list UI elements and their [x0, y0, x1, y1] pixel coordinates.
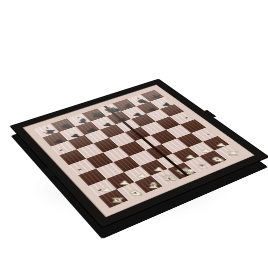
square-a4[interactable] [69, 159, 96, 175]
scene: ♜♞♝♛♚♝♞♜♟♟♟♟♟♟♟♟♟♟♟♟♟♟♟♟♜♞♝♛♚♝♞♜ [0, 0, 268, 268]
white-pawn-a2[interactable]: ♟ [100, 187, 114, 192]
square-g2[interactable]: ♟ [188, 141, 215, 156]
white-pawn-f2[interactable]: ♟ [184, 154, 198, 159]
square-b3[interactable] [96, 162, 124, 179]
white-knight-g1[interactable]: ♞ [209, 156, 228, 162]
white-bishop-c1[interactable]: ♝ [143, 181, 163, 189]
black-pawn-c7[interactable]: ♟ [85, 128, 98, 132]
black-pawn-f7[interactable]: ♟ [132, 112, 144, 116]
square-e1[interactable]: ♚ [168, 163, 196, 180]
white-pawn-h2[interactable]: ♟ [214, 143, 228, 147]
square-c3[interactable] [113, 156, 140, 172]
square-f1[interactable]: ♝ [184, 156, 212, 172]
black-knight-b8[interactable]: ♞ [58, 123, 75, 129]
square-c4[interactable] [103, 147, 130, 162]
black-bishop-c8[interactable]: ♝ [74, 118, 92, 124]
square-e2[interactable]: ♟ [156, 153, 183, 169]
square-d4[interactable] [119, 141, 145, 156]
border-coordinates-bottom [116, 154, 230, 201]
black-pawn-a7[interactable]: ♟ [52, 139, 65, 143]
square-b2[interactable]: ♟ [106, 172, 134, 189]
square-f2[interactable]: ♟ [172, 147, 199, 162]
square-a1[interactable]: ♜ [99, 189, 128, 208]
black-rook-h8[interactable]: ♜ [150, 95, 163, 99]
white-rook-h1[interactable]: ♜ [225, 151, 241, 156]
white-pawn-b2[interactable]: ♟ [118, 180, 132, 185]
white-pawn-d2[interactable]: ♟ [152, 167, 166, 172]
white-king-e1[interactable]: ♚ [174, 166, 199, 175]
black-knight-g8[interactable]: ♞ [135, 99, 151, 104]
square-b4[interactable] [86, 153, 113, 169]
square-a3[interactable] [78, 169, 106, 186]
square-d1[interactable]: ♛ [151, 169, 179, 186]
black-pawn-d7[interactable]: ♟ [101, 122, 113, 126]
square-g1[interactable]: ♞ [199, 150, 227, 166]
board-surface: ♜♞♝♛♚♝♞♜♟♟♟♟♟♟♟♟♟♟♟♟♟♟♟♟♜♞♝♛♚♝♞♜ [22, 85, 255, 218]
white-bishop-f1[interactable]: ♝ [193, 162, 213, 169]
white-knight-b1[interactable]: ♞ [127, 189, 146, 196]
square-e3[interactable] [145, 144, 172, 159]
chess-board: ♜♞♝♛♚♝♞♜♟♟♟♟♟♟♟♟♟♟♟♟♟♟♟♟♜♞♝♛♚♝♞♜ [9, 79, 268, 229]
square-c1[interactable]: ♝ [134, 176, 163, 194]
product-photo: ♜♞♝♛♚♝♞♜♟♟♟♟♟♟♟♟♟♟♟♟♟♟♟♟♜♞♝♛♚♝♞♜ [0, 0, 268, 268]
white-pawn-g2[interactable]: ♟ [199, 148, 213, 153]
white-pawn-c2[interactable]: ♟ [135, 173, 149, 178]
square-b1[interactable]: ♞ [117, 182, 146, 200]
black-pawn-e7[interactable]: ♟ [117, 117, 129, 121]
square-a6[interactable] [51, 141, 77, 156]
black-rook-a8[interactable]: ♜ [43, 129, 58, 134]
black-pawn-g7[interactable]: ♟ [146, 107, 158, 111]
white-rook-a1[interactable]: ♜ [110, 197, 127, 203]
white-queen-d1[interactable]: ♛ [159, 174, 182, 182]
clasp-right [204, 110, 217, 118]
square-c2[interactable]: ♟ [123, 166, 151, 183]
square-a5[interactable] [59, 150, 85, 166]
square-a2[interactable]: ♟ [88, 179, 116, 197]
white-pawn-e2[interactable]: ♟ [168, 161, 182, 166]
black-pawn-h7[interactable]: ♟ [160, 102, 172, 106]
square-d3[interactable] [129, 150, 156, 166]
square-d2[interactable]: ♟ [140, 159, 168, 175]
black-pawn-b7[interactable]: ♟ [69, 133, 82, 137]
square-h1[interactable]: ♜ [215, 145, 242, 160]
square-b5[interactable] [76, 144, 102, 159]
